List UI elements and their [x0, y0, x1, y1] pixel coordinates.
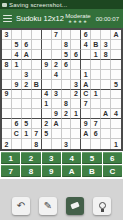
numpad-button-9[interactable]: 9 — [42, 165, 61, 177]
cell-r5c11[interactable] — [101, 70, 111, 80]
eraser-button[interactable] — [66, 197, 84, 215]
cell-r1c2[interactable] — [12, 30, 22, 40]
cell-r10c9[interactable]: 9 — [81, 119, 91, 129]
cell-r7c10[interactable]: 1 — [91, 90, 101, 100]
cell-r3c3[interactable]: A — [22, 50, 32, 60]
cell-r8c6[interactable] — [52, 99, 62, 109]
cell-r4c2[interactable]: 1 — [12, 60, 22, 70]
numpad-button-B[interactable]: B — [82, 165, 101, 177]
cell-r8c4[interactable] — [32, 99, 42, 109]
cell-r10c2[interactable]: 6 — [12, 119, 22, 129]
cell-r3c11[interactable]: 8 — [101, 50, 111, 60]
cell-r9c10[interactable] — [91, 109, 101, 119]
cell-r7c6[interactable]: 3 — [52, 90, 62, 100]
cell-r11c9[interactable]: A — [81, 129, 91, 139]
cell-r9c12[interactable]: 4 — [111, 109, 121, 119]
cell-r10c7[interactable] — [62, 119, 72, 129]
numpad-button-6[interactable]: 6 — [103, 152, 122, 164]
cell-r1c12[interactable]: A — [111, 30, 121, 40]
cell-r7c1[interactable]: 9 — [2, 90, 12, 100]
cell-r5c9[interactable]: 1 — [81, 70, 91, 80]
cell-r1c8[interactable] — [71, 30, 81, 40]
numpad-button-C[interactable]: C — [103, 165, 122, 177]
cell-r11c8[interactable] — [71, 129, 81, 139]
lightbulb-icon — [99, 202, 106, 209]
numpad: 123456 789ABC — [0, 151, 123, 179]
cell-r5c4[interactable] — [32, 70, 42, 80]
numpad-row-2: 789ABC — [1, 165, 122, 177]
cell-r3c9[interactable] — [81, 50, 91, 60]
cell-r10c10[interactable]: 7 — [91, 119, 101, 129]
cell-r10c8[interactable] — [71, 119, 81, 129]
cell-r6c9[interactable]: A — [81, 80, 91, 90]
cell-r6c5[interactable] — [42, 80, 52, 90]
cell-r1c7[interactable] — [62, 30, 72, 40]
cell-r11c6[interactable] — [52, 129, 62, 139]
cell-r9c8[interactable]: 1 — [71, 109, 81, 119]
cell-r8c2[interactable] — [12, 99, 22, 109]
cell-r12c7[interactable]: 3 — [62, 139, 72, 149]
cell-r11c7[interactable] — [62, 129, 72, 139]
numpad-button-4[interactable]: 4 — [62, 152, 81, 164]
cell-r3c1[interactable] — [2, 50, 12, 60]
cell-r6c7[interactable] — [62, 80, 72, 90]
cell-r8c5[interactable]: 1 — [42, 99, 52, 109]
cell-r4c7[interactable]: 6 — [62, 60, 72, 70]
cell-r9c6[interactable]: 9 — [52, 109, 62, 119]
cell-r6c2[interactable]: 9 — [12, 80, 22, 90]
eraser-icon — [70, 202, 79, 209]
cell-r8c9[interactable]: 7 — [81, 99, 91, 109]
numpad-button-3[interactable]: 3 — [42, 152, 61, 164]
cell-r9c7[interactable]: 2 — [62, 109, 72, 119]
cell-r3c8[interactable]: 6 — [71, 50, 81, 60]
toolbar: ↶ ✎ — [0, 179, 123, 220]
cell-r12c3[interactable] — [22, 139, 32, 149]
cell-r4c6[interactable]: 2 — [52, 60, 62, 70]
cell-r3c12[interactable] — [111, 50, 121, 60]
pencil-button[interactable]: ✎ — [39, 197, 57, 215]
cell-r3c5[interactable] — [42, 50, 52, 60]
cell-r1c5[interactable] — [42, 30, 52, 40]
cell-r10c12[interactable] — [111, 119, 121, 129]
difficulty-stars: ★★★★ — [65, 20, 90, 25]
cell-r7c4[interactable] — [32, 90, 42, 100]
numpad-button-7[interactable]: 7 — [1, 165, 20, 177]
cell-r5c1[interactable] — [2, 70, 12, 80]
numpad-row-1: 123456 — [1, 152, 122, 164]
cell-r10c1[interactable] — [2, 119, 12, 129]
cell-r2c5[interactable] — [42, 40, 52, 50]
cell-r11c1[interactable] — [2, 129, 12, 139]
cell-r3c10[interactable]: 1 — [91, 50, 101, 60]
cell-r7c7[interactable] — [62, 90, 72, 100]
cell-r12c2[interactable] — [12, 139, 22, 149]
page-title: Sudoku 12x12 — [16, 14, 64, 23]
cell-r4c5[interactable]: 9 — [42, 60, 52, 70]
cell-r5c2[interactable] — [12, 70, 22, 80]
cell-r2c11[interactable]: 3 — [101, 40, 111, 50]
cell-r12c11[interactable] — [101, 139, 111, 149]
numpad-button-A[interactable]: A — [62, 165, 81, 177]
cell-r11c2[interactable]: C — [12, 129, 22, 139]
cell-r6c1[interactable] — [2, 80, 12, 90]
cell-r2c12[interactable] — [111, 40, 121, 50]
cell-r2c9[interactable]: 4 — [81, 40, 91, 50]
cell-r2c10[interactable]: B — [91, 40, 101, 50]
cell-r11c10[interactable]: 6 — [91, 129, 101, 139]
cell-r4c8[interactable] — [71, 60, 81, 70]
cell-r2c8[interactable] — [71, 40, 81, 50]
cell-r1c6[interactable]: 7 — [52, 30, 62, 40]
undo-icon: ↶ — [17, 200, 25, 211]
cell-r8c3[interactable] — [22, 99, 32, 109]
sudoku-board: 376A5684B34A56188192634192B3A59432C11879… — [0, 28, 123, 151]
difficulty-label: Moderate — [65, 13, 90, 19]
difficulty-block: Moderate ★★★★ — [65, 13, 90, 25]
cell-r2c6[interactable] — [52, 40, 62, 50]
cell-r12c5[interactable] — [42, 139, 52, 149]
cell-r5c10[interactable] — [91, 70, 101, 80]
hint-button[interactable] — [93, 197, 111, 215]
cell-r4c1[interactable]: 8 — [2, 60, 12, 70]
cell-r5c7[interactable] — [62, 70, 72, 80]
cell-r9c3[interactable] — [22, 109, 32, 119]
cell-r6c11[interactable] — [101, 80, 111, 90]
cell-r12c12[interactable]: 1 — [111, 139, 121, 149]
cell-r8c1[interactable] — [2, 99, 12, 109]
cell-r9c1[interactable] — [2, 109, 12, 119]
cell-r2c1[interactable] — [2, 40, 12, 50]
cell-r12c4[interactable]: 8 — [32, 139, 42, 149]
cell-r5c5[interactable] — [42, 70, 52, 80]
cell-r7c8[interactable]: 2 — [71, 90, 81, 100]
cell-r1c9[interactable]: 6 — [81, 30, 91, 40]
cell-r7c11[interactable] — [101, 90, 111, 100]
cell-r9c5[interactable] — [42, 109, 52, 119]
numpad-button-5[interactable]: 5 — [82, 152, 101, 164]
cell-r11c4[interactable]: 7 — [32, 129, 42, 139]
cell-r10c6[interactable]: A — [52, 119, 62, 129]
cell-r2c2[interactable]: 5 — [12, 40, 22, 50]
cell-r7c2[interactable] — [12, 90, 22, 100]
cell-r10c11[interactable] — [101, 119, 111, 129]
status-bar: Saving screenshot... — [0, 0, 123, 9]
cell-r8c8[interactable] — [71, 99, 81, 109]
cell-r7c3[interactable] — [22, 90, 32, 100]
cell-r11c11[interactable] — [101, 129, 111, 139]
cell-r4c12[interactable] — [111, 60, 121, 70]
cell-r9c9[interactable] — [81, 109, 91, 119]
pencil-icon: ✎ — [44, 200, 52, 211]
cell-r6c8[interactable]: 3 — [71, 80, 81, 90]
cell-r11c3[interactable]: 1 — [22, 129, 32, 139]
hamburger-menu-icon[interactable] — [3, 15, 12, 23]
cell-r9c11[interactable]: A — [101, 109, 111, 119]
cell-r5c12[interactable] — [111, 70, 121, 80]
cell-r8c7[interactable]: 8 — [62, 99, 72, 109]
timer: 00:00:07 — [96, 16, 119, 22]
cell-r11c12[interactable] — [111, 129, 121, 139]
cell-r6c4[interactable]: B — [32, 80, 42, 90]
cell-r3c2[interactable]: 4 — [12, 50, 22, 60]
cell-r3c6[interactable] — [52, 50, 62, 60]
cell-r5c8[interactable] — [71, 70, 81, 80]
cell-r9c4[interactable] — [32, 109, 42, 119]
cell-r7c12[interactable] — [111, 90, 121, 100]
cell-r4c11[interactable] — [101, 60, 111, 70]
cell-r12c9[interactable] — [81, 139, 91, 149]
cell-r1c11[interactable] — [101, 30, 111, 40]
cell-r8c11[interactable] — [101, 99, 111, 109]
cell-r12c10[interactable] — [91, 139, 101, 149]
cell-r1c1[interactable]: 3 — [2, 30, 12, 40]
numpad-button-1[interactable]: 1 — [1, 152, 20, 164]
cell-r4c9[interactable] — [81, 60, 91, 70]
cell-r6c6[interactable] — [52, 80, 62, 90]
cell-r1c10[interactable] — [91, 30, 101, 40]
cell-r2c7[interactable]: 8 — [62, 40, 72, 50]
cell-r1c4[interactable] — [32, 30, 42, 40]
cell-r5c3[interactable]: 3 — [22, 70, 32, 80]
app-bar: Sudoku 12x12 Moderate ★★★★ 00:00:07 — [0, 9, 123, 28]
cell-r8c12[interactable] — [111, 99, 121, 109]
cell-r2c4[interactable] — [32, 40, 42, 50]
cell-r4c4[interactable] — [32, 60, 42, 70]
cell-r3c4[interactable] — [32, 50, 42, 60]
cell-r10c3[interactable]: 5 — [22, 119, 32, 129]
status-text: Saving screenshot... — [9, 2, 67, 8]
cell-r5c6[interactable]: 4 — [52, 70, 62, 80]
screenshot-icon — [2, 3, 7, 7]
cell-r9c2[interactable] — [12, 109, 22, 119]
cell-r4c10[interactable] — [91, 60, 101, 70]
cell-r3c7[interactable]: 5 — [62, 50, 72, 60]
numpad-button-2[interactable]: 2 — [21, 152, 40, 164]
cell-r2c3[interactable]: 6 — [22, 40, 32, 50]
cell-r12c8[interactable] — [71, 139, 81, 149]
cell-r8c10[interactable] — [91, 99, 101, 109]
cell-r7c5[interactable]: 4 — [42, 90, 52, 100]
cell-r6c12[interactable]: 5 — [111, 80, 121, 90]
cell-r7c9[interactable]: C — [81, 90, 91, 100]
numpad-button-8[interactable]: 8 — [21, 165, 40, 177]
cell-r4c3[interactable] — [22, 60, 32, 70]
cell-r6c3[interactable]: 2 — [22, 80, 32, 90]
undo-button[interactable]: ↶ — [12, 197, 30, 215]
cell-r6c10[interactable] — [91, 80, 101, 90]
cell-r12c1[interactable]: 2 — [2, 139, 12, 149]
cell-r1c3[interactable] — [22, 30, 32, 40]
cell-r10c5[interactable]: 2 — [42, 119, 52, 129]
cell-r11c5[interactable]: 5 — [42, 129, 52, 139]
cell-r12c6[interactable] — [52, 139, 62, 149]
cell-r10c4[interactable] — [32, 119, 42, 129]
